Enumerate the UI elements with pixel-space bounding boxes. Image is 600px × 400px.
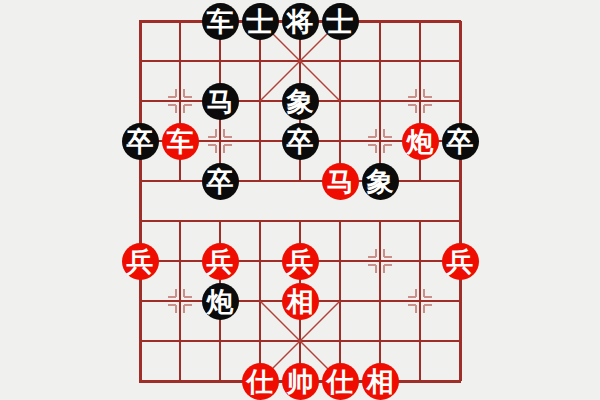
piece-black-advisor[interactable]: 士 [242,3,279,40]
piece-red-horse[interactable]: 马 [322,163,359,200]
piece-black-cannon[interactable]: 炮 [202,283,239,320]
piece-red-advisor[interactable]: 仕 [242,363,279,400]
piece-black-pawn[interactable]: 卒 [282,123,319,160]
piece-red-pawn[interactable]: 兵 [442,243,479,280]
piece-red-advisor[interactable]: 仕 [322,363,359,400]
pieces-layer: 车士将士马象卒车卒炮卒卒马象兵兵兵兵炮相仕帅仕相 [0,0,600,400]
piece-red-pawn[interactable]: 兵 [282,243,319,280]
piece-red-pawn[interactable]: 兵 [202,243,239,280]
piece-red-cannon[interactable]: 炮 [402,123,439,160]
piece-red-pawn[interactable]: 兵 [122,243,159,280]
piece-red-general[interactable]: 帅 [282,363,319,400]
piece-black-pawn[interactable]: 卒 [442,123,479,160]
piece-red-chariot[interactable]: 车 [162,123,199,160]
piece-black-pawn[interactable]: 卒 [122,123,159,160]
piece-red-elephant[interactable]: 相 [362,363,399,400]
piece-black-elephant[interactable]: 象 [282,83,319,120]
piece-black-general[interactable]: 将 [282,3,319,40]
piece-black-chariot[interactable]: 车 [202,3,239,40]
piece-black-advisor[interactable]: 士 [322,3,359,40]
xiangqi-board[interactable]: 车士将士马象卒车卒炮卒卒马象兵兵兵兵炮相仕帅仕相 [0,0,600,400]
piece-red-elephant[interactable]: 相 [282,283,319,320]
piece-black-elephant[interactable]: 象 [362,163,399,200]
piece-black-pawn[interactable]: 卒 [202,163,239,200]
piece-black-horse[interactable]: 马 [202,83,239,120]
